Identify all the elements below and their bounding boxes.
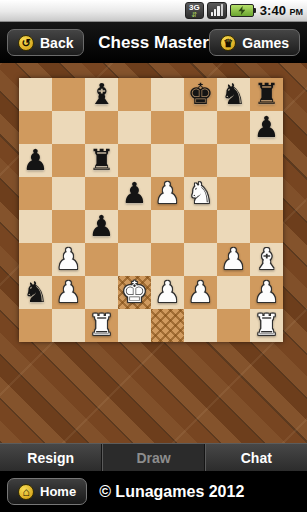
square-a5[interactable] (19, 177, 52, 210)
square-a4[interactable] (19, 210, 52, 243)
square-e8[interactable] (151, 78, 184, 111)
square-d6[interactable] (118, 144, 151, 177)
square-f5[interactable]: ♞ (184, 177, 217, 210)
square-a3[interactable] (19, 243, 52, 276)
square-g7[interactable] (217, 111, 250, 144)
draw-button[interactable]: Draw (102, 444, 204, 471)
square-d4[interactable] (118, 210, 151, 243)
square-g8[interactable]: ♞ (217, 78, 250, 111)
square-g3[interactable]: ♟ (217, 243, 250, 276)
square-g5[interactable] (217, 177, 250, 210)
piece-white-pawn: ♟ (56, 243, 82, 276)
square-f4[interactable] (184, 210, 217, 243)
square-b2[interactable]: ♟ (52, 276, 85, 309)
square-a6[interactable]: ♟ (19, 144, 52, 177)
copyright-text: © Lunagames 2012 (99, 483, 244, 501)
square-e1[interactable] (151, 309, 184, 342)
bottom-bar: ⌂ Home © Lunagames 2012 (0, 471, 307, 512)
square-f7[interactable] (184, 111, 217, 144)
square-c7[interactable] (85, 111, 118, 144)
square-g1[interactable] (217, 309, 250, 342)
square-b4[interactable] (52, 210, 85, 243)
square-g4[interactable] (217, 210, 250, 243)
square-b5[interactable] (52, 177, 85, 210)
piece-white-rook: ♜ (89, 309, 115, 342)
square-b8[interactable] (52, 78, 85, 111)
piece-white-pawn: ♟ (155, 177, 181, 210)
square-h3[interactable]: ♝ (250, 243, 283, 276)
square-f1[interactable] (184, 309, 217, 342)
square-e6[interactable] (151, 144, 184, 177)
piece-white-pawn: ♟ (188, 276, 214, 309)
square-f6[interactable] (184, 144, 217, 177)
square-h6[interactable] (250, 144, 283, 177)
square-d2[interactable]: ♚ (118, 276, 151, 309)
square-b6[interactable] (52, 144, 85, 177)
piece-black-knight: ♞ (221, 78, 247, 111)
network-3g-icon: 3G ⇵ (185, 2, 204, 19)
wood-floor-background: ♝♚♞♜♟♟♜♟♟♞♟♟♟♝♞♟♚♟♟♟♜♜ (0, 63, 307, 443)
square-e5[interactable]: ♟ (151, 177, 184, 210)
piece-white-pawn: ♟ (221, 243, 247, 276)
battery-charging-icon (230, 4, 254, 17)
games-button[interactable]: ♛ Games (209, 29, 300, 56)
square-d1[interactable] (118, 309, 151, 342)
clock-time: 3:40 PM (260, 3, 303, 18)
piece-black-pawn: ♟ (23, 144, 49, 177)
square-e7[interactable] (151, 111, 184, 144)
square-c1[interactable]: ♜ (85, 309, 118, 342)
square-d3[interactable] (118, 243, 151, 276)
home-icon: ⌂ (18, 484, 34, 500)
square-b7[interactable] (52, 111, 85, 144)
home-button[interactable]: ⌂ Home (7, 478, 87, 505)
back-arrow-icon: ↺ (18, 35, 34, 51)
piece-white-pawn: ♟ (56, 276, 82, 309)
square-c5[interactable] (85, 177, 118, 210)
square-c4[interactable]: ♟ (85, 210, 118, 243)
square-a2[interactable]: ♞ (19, 276, 52, 309)
piece-black-pawn: ♟ (89, 210, 115, 243)
piece-black-king: ♚ (188, 78, 214, 111)
square-b3[interactable]: ♟ (52, 243, 85, 276)
piece-black-rook: ♜ (89, 144, 115, 177)
square-f3[interactable] (184, 243, 217, 276)
piece-black-pawn: ♟ (122, 177, 148, 210)
piece-black-rook: ♜ (254, 78, 280, 111)
square-c6[interactable]: ♜ (85, 144, 118, 177)
signal-strength-icon (207, 2, 227, 19)
app-screen: 3G ⇵ 3:40 PM Chess Master ↺ Back ♛ Games… (0, 0, 307, 512)
crown-icon: ♛ (220, 35, 236, 51)
square-h7[interactable]: ♟ (250, 111, 283, 144)
square-h4[interactable] (250, 210, 283, 243)
square-h1[interactable]: ♜ (250, 309, 283, 342)
network-arrows-icon: ⇵ (191, 12, 197, 18)
lightning-bolt-icon (238, 6, 245, 15)
square-e3[interactable] (151, 243, 184, 276)
square-g6[interactable] (217, 144, 250, 177)
piece-white-king: ♚ (122, 276, 148, 309)
square-d5[interactable]: ♟ (118, 177, 151, 210)
square-c8[interactable]: ♝ (85, 78, 118, 111)
chat-button[interactable]: Chat (205, 444, 307, 471)
square-h2[interactable]: ♟ (250, 276, 283, 309)
square-h8[interactable]: ♜ (250, 78, 283, 111)
piece-white-rook: ♜ (254, 309, 280, 342)
square-a1[interactable] (19, 309, 52, 342)
piece-white-knight: ♞ (188, 177, 214, 210)
square-e2[interactable]: ♟ (151, 276, 184, 309)
nav-bar: Chess Master ↺ Back ♛ Games (0, 22, 307, 63)
square-e4[interactable] (151, 210, 184, 243)
piece-white-pawn: ♟ (155, 276, 181, 309)
resign-button[interactable]: Resign (0, 444, 102, 471)
action-bar: Resign Draw Chat (0, 443, 307, 471)
piece-white-bishop: ♝ (254, 243, 280, 276)
chess-board: ♝♚♞♜♟♟♜♟♟♞♟♟♟♝♞♟♚♟♟♟♜♜ (19, 78, 283, 342)
square-c2[interactable] (85, 276, 118, 309)
clock-meridiem: PM (290, 7, 304, 17)
square-b1[interactable] (52, 309, 85, 342)
square-d8[interactable] (118, 78, 151, 111)
back-button-label: Back (40, 35, 73, 51)
piece-white-pawn: ♟ (254, 276, 280, 309)
home-button-label: Home (40, 484, 76, 499)
square-d7[interactable] (118, 111, 151, 144)
square-g2[interactable] (217, 276, 250, 309)
square-a8[interactable] (19, 78, 52, 111)
square-a7[interactable] (19, 111, 52, 144)
square-f2[interactable]: ♟ (184, 276, 217, 309)
back-button[interactable]: ↺ Back (7, 29, 84, 56)
games-button-label: Games (242, 35, 289, 51)
square-f8[interactable]: ♚ (184, 78, 217, 111)
piece-black-pawn: ♟ (254, 111, 280, 144)
piece-black-knight: ♞ (23, 276, 49, 309)
square-c3[interactable] (85, 243, 118, 276)
square-h5[interactable] (250, 177, 283, 210)
piece-black-bishop: ♝ (89, 78, 115, 111)
status-bar: 3G ⇵ 3:40 PM (0, 0, 307, 22)
